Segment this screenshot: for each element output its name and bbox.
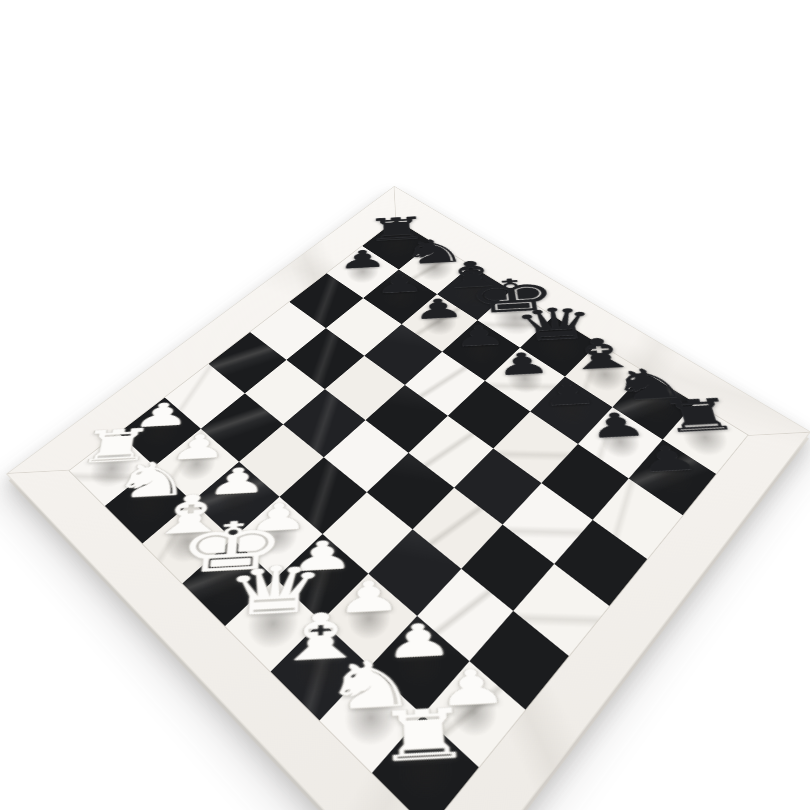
board-grid: [70, 220, 748, 810]
perspective-container: ♜♞♟♝♟♚♟♛♟♝♟♞♟♟♜♟♟♜♟♟♞♟♝♟♚♟♛♟♝♟♞♜: [0, 0, 810, 810]
frame-miter-seam: [747, 432, 810, 436]
board-scene: ♜♞♟♝♟♚♟♛♟♝♟♞♟♟♜♟♟♜♟♟♞♟♝♟♚♟♛♟♝♟♞♜: [0, 0, 810, 810]
frame-miter-seam: [7, 470, 70, 474]
frame-miter-seam: [394, 187, 397, 221]
chess-board: ♜♞♟♝♟♚♟♛♟♝♟♞♟♟♜♟♟♜♟♟♞♟♝♟♚♟♛♟♝♟♞♜: [6, 186, 810, 810]
product-photo: ♜♞♟♝♟♚♟♛♟♝♟♞♟♟♜♟♟♜♟♟♞♟♝♟♚♟♛♟♝♟♞♜: [0, 0, 810, 810]
